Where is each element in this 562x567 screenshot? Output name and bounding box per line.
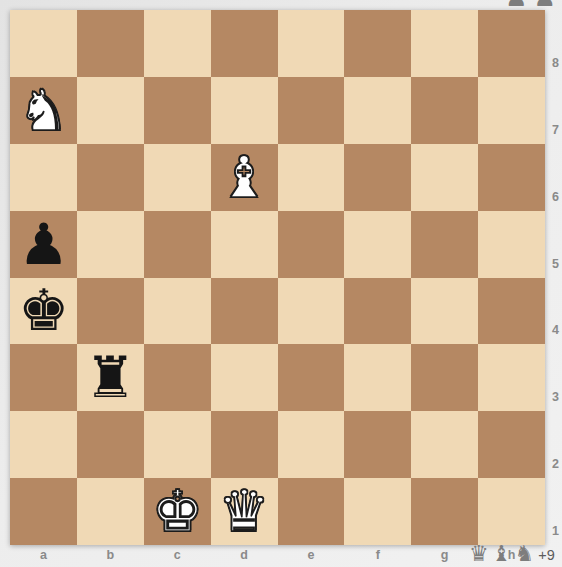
square-a5[interactable]: ♟ — [10, 211, 77, 278]
square-e4[interactable] — [278, 278, 345, 345]
square-g1[interactable] — [411, 478, 478, 545]
square-f8[interactable] — [344, 10, 411, 77]
white-bishop-d6[interactable]: ♝ — [211, 144, 278, 211]
square-c8[interactable] — [144, 10, 211, 77]
black-pawn-a5[interactable]: ♟ — [10, 211, 77, 278]
square-f7[interactable] — [344, 77, 411, 144]
file-label-e: e — [278, 547, 345, 563]
square-a6[interactable] — [10, 144, 77, 211]
rank-label-8: 8 — [549, 56, 562, 71]
square-g7[interactable] — [411, 77, 478, 144]
square-e7[interactable] — [278, 77, 345, 144]
square-h3[interactable] — [478, 344, 545, 411]
square-d2[interactable] — [211, 411, 278, 478]
square-a7[interactable]: ♞ — [10, 77, 77, 144]
rank-label-4: 4 — [549, 323, 562, 338]
square-b8[interactable] — [77, 10, 144, 77]
captured-pawn-icon: ♟ — [505, 0, 527, 10]
square-d8[interactable] — [211, 10, 278, 77]
square-h7[interactable] — [478, 77, 545, 144]
square-c3[interactable] — [144, 344, 211, 411]
rank-label-6: 6 — [549, 190, 562, 205]
square-g5[interactable] — [411, 211, 478, 278]
black-king-a4[interactable]: ♚ — [10, 278, 77, 345]
file-label-a: a — [10, 547, 77, 563]
square-c5[interactable] — [144, 211, 211, 278]
square-g4[interactable] — [411, 278, 478, 345]
file-label-c: c — [144, 547, 211, 563]
rank-label-3: 3 — [549, 390, 562, 405]
square-e3[interactable] — [278, 344, 345, 411]
square-c2[interactable] — [144, 411, 211, 478]
square-c4[interactable] — [144, 278, 211, 345]
square-h2[interactable] — [478, 411, 545, 478]
square-e8[interactable] — [278, 10, 345, 77]
file-label-f: f — [344, 547, 411, 563]
square-d7[interactable] — [211, 77, 278, 144]
square-a3[interactable] — [10, 344, 77, 411]
captured-bishop-icon: ♝ — [492, 544, 512, 565]
black-rook-b3[interactable]: ♜ — [77, 344, 144, 411]
square-c7[interactable] — [144, 77, 211, 144]
square-e1[interactable] — [278, 478, 345, 545]
square-h5[interactable] — [478, 211, 545, 278]
white-queen-d1[interactable]: ♛ — [211, 478, 278, 545]
square-h8[interactable] — [478, 10, 545, 77]
square-b1[interactable] — [77, 478, 144, 545]
square-a4[interactable]: ♚ — [10, 278, 77, 345]
square-f3[interactable] — [344, 344, 411, 411]
material-advantage-badge: +9 — [538, 546, 555, 565]
square-b6[interactable] — [77, 144, 144, 211]
square-g2[interactable] — [411, 411, 478, 478]
captured-pawn-icon: ♟ — [533, 0, 555, 10]
square-a1[interactable] — [10, 478, 77, 545]
square-e2[interactable] — [278, 411, 345, 478]
white-knight-a7[interactable]: ♞ — [10, 77, 77, 144]
square-b5[interactable] — [77, 211, 144, 278]
captured-knight-icon: ♞ — [514, 544, 534, 565]
square-f6[interactable] — [344, 144, 411, 211]
square-d1[interactable]: ♛ — [211, 478, 278, 545]
square-h1[interactable] — [478, 478, 545, 545]
rank-label-2: 2 — [549, 457, 562, 472]
rank-label-1: 1 — [549, 524, 562, 539]
square-b2[interactable] — [77, 411, 144, 478]
white-king-c1[interactable]: ♚ — [144, 478, 211, 545]
square-e5[interactable] — [278, 211, 345, 278]
square-a2[interactable] — [10, 411, 77, 478]
square-b7[interactable] — [77, 77, 144, 144]
captured-pieces-tray-top: ♟♟ — [505, 0, 556, 10]
file-label-b: b — [77, 547, 144, 563]
square-g6[interactable] — [411, 144, 478, 211]
captured-pieces-tray-bottom: ♛♝♞ +9 — [469, 544, 555, 565]
square-f4[interactable] — [344, 278, 411, 345]
captured-queen-icon: ♛ — [469, 544, 489, 565]
rank-label-5: 5 — [549, 257, 562, 272]
square-h4[interactable] — [478, 278, 545, 345]
rank-label-7: 7 — [549, 123, 562, 138]
chess-board: ♞♝♟♚♜♚♛ — [10, 10, 545, 545]
square-a8[interactable] — [10, 10, 77, 77]
chess-analysis-area: ♞♝♟♚♜♚♛ 87654321 abcdefgh ♟♟ ♛♝♞ +9 — [0, 0, 562, 567]
square-d4[interactable] — [211, 278, 278, 345]
square-g3[interactable] — [411, 344, 478, 411]
square-d3[interactable] — [211, 344, 278, 411]
square-g8[interactable] — [411, 10, 478, 77]
file-label-d: d — [211, 547, 278, 563]
square-c6[interactable] — [144, 144, 211, 211]
square-d6[interactable]: ♝ — [211, 144, 278, 211]
captured-piece-icons: ♛♝♞ — [469, 544, 534, 565]
square-b3[interactable]: ♜ — [77, 344, 144, 411]
square-e6[interactable] — [278, 144, 345, 211]
square-h6[interactable] — [478, 144, 545, 211]
square-b4[interactable] — [77, 278, 144, 345]
square-d5[interactable] — [211, 211, 278, 278]
square-f5[interactable] — [344, 211, 411, 278]
square-f1[interactable] — [344, 478, 411, 545]
square-f2[interactable] — [344, 411, 411, 478]
square-c1[interactable]: ♚ — [144, 478, 211, 545]
